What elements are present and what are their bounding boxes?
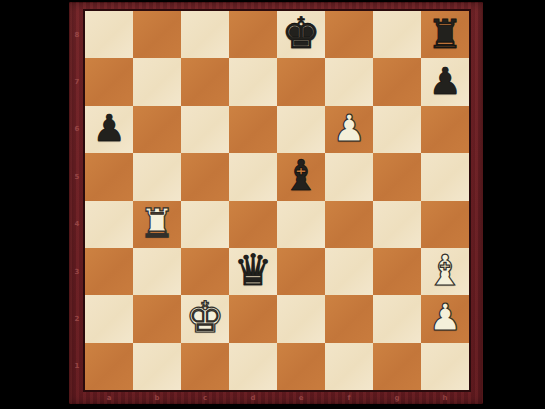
square-e6[interactable]: [277, 106, 325, 153]
square-b2[interactable]: [133, 295, 181, 342]
square-a4[interactable]: [85, 201, 133, 248]
file-label-a: a: [85, 392, 133, 403]
square-g8[interactable]: [373, 11, 421, 58]
square-a1[interactable]: [85, 343, 133, 390]
file-label-h: h: [421, 392, 469, 403]
square-b7[interactable]: [133, 58, 181, 105]
square-f5[interactable]: [325, 153, 373, 200]
square-f6[interactable]: ♟: [325, 106, 373, 153]
rank-label-2: 2: [69, 295, 85, 342]
square-b8[interactable]: [133, 11, 181, 58]
square-a8[interactable]: [85, 11, 133, 58]
square-d4[interactable]: [229, 201, 277, 248]
square-b4[interactable]: ♜: [133, 201, 181, 248]
square-f2[interactable]: [325, 295, 373, 342]
black-pawn-icon[interactable]: ♟: [428, 63, 461, 100]
square-h2[interactable]: ♟: [421, 295, 469, 342]
square-h1[interactable]: [421, 343, 469, 390]
square-b1[interactable]: [133, 343, 181, 390]
square-a2[interactable]: [85, 295, 133, 342]
square-h4[interactable]: [421, 201, 469, 248]
black-bishop-icon[interactable]: ♝: [282, 155, 320, 197]
square-f1[interactable]: [325, 343, 373, 390]
rank-labels: 87654321: [69, 11, 85, 390]
square-d3[interactable]: ♛: [229, 248, 277, 295]
square-c6[interactable]: [181, 106, 229, 153]
square-c8[interactable]: [181, 11, 229, 58]
square-g5[interactable]: [373, 153, 421, 200]
white-bishop-icon[interactable]: ♝: [426, 250, 464, 292]
file-label-g: g: [373, 392, 421, 403]
black-pawn-icon[interactable]: ♟: [92, 110, 125, 147]
square-g1[interactable]: [373, 343, 421, 390]
square-d5[interactable]: [229, 153, 277, 200]
rank-label-3: 3: [69, 248, 85, 295]
file-label-d: d: [229, 392, 277, 403]
rank-label-5: 5: [69, 153, 85, 200]
video-frame: ♚♜♟♟♟♝♜♛♝♚♟ 87654321 abcdefgh: [0, 0, 545, 409]
file-label-e: e: [277, 392, 325, 403]
square-e1[interactable]: [277, 343, 325, 390]
square-d1[interactable]: [229, 343, 277, 390]
rank-label-7: 7: [69, 58, 85, 105]
square-d6[interactable]: [229, 106, 277, 153]
square-b5[interactable]: [133, 153, 181, 200]
square-a7[interactable]: [85, 58, 133, 105]
rank-label-4: 4: [69, 201, 85, 248]
square-c4[interactable]: [181, 201, 229, 248]
square-h5[interactable]: [421, 153, 469, 200]
square-d2[interactable]: [229, 295, 277, 342]
file-label-f: f: [325, 392, 373, 403]
black-rook-icon[interactable]: ♜: [427, 14, 463, 54]
file-label-b: b: [133, 392, 181, 403]
square-c7[interactable]: [181, 58, 229, 105]
file-labels: abcdefgh: [85, 392, 469, 403]
square-a6[interactable]: ♟: [85, 106, 133, 153]
rank-label-8: 8: [69, 11, 85, 58]
square-f3[interactable]: [325, 248, 373, 295]
square-c5[interactable]: [181, 153, 229, 200]
square-e4[interactable]: [277, 201, 325, 248]
square-g7[interactable]: [373, 58, 421, 105]
square-g4[interactable]: [373, 201, 421, 248]
square-e3[interactable]: [277, 248, 325, 295]
square-b3[interactable]: [133, 248, 181, 295]
square-g6[interactable]: [373, 106, 421, 153]
rank-label-6: 6: [69, 106, 85, 153]
square-f7[interactable]: [325, 58, 373, 105]
black-queen-icon[interactable]: ♛: [234, 249, 273, 292]
square-c3[interactable]: [181, 248, 229, 295]
square-e2[interactable]: [277, 295, 325, 342]
square-c2[interactable]: ♚: [181, 295, 229, 342]
square-g3[interactable]: [373, 248, 421, 295]
square-b6[interactable]: [133, 106, 181, 153]
file-label-c: c: [181, 392, 229, 403]
white-pawn-icon[interactable]: ♟: [428, 299, 461, 336]
square-a3[interactable]: [85, 248, 133, 295]
square-d8[interactable]: [229, 11, 277, 58]
white-king-icon[interactable]: ♚: [186, 296, 225, 339]
square-f4[interactable]: [325, 201, 373, 248]
white-rook-icon[interactable]: ♜: [139, 203, 175, 243]
square-h8[interactable]: ♜: [421, 11, 469, 58]
square-h6[interactable]: [421, 106, 469, 153]
square-e5[interactable]: ♝: [277, 153, 325, 200]
white-pawn-icon[interactable]: ♟: [332, 110, 365, 147]
square-h3[interactable]: ♝: [421, 248, 469, 295]
square-h7[interactable]: ♟: [421, 58, 469, 105]
square-f8[interactable]: [325, 11, 373, 58]
square-c1[interactable]: [181, 343, 229, 390]
chess-board[interactable]: ♚♜♟♟♟♝♜♛♝♚♟: [85, 11, 469, 390]
square-e7[interactable]: [277, 58, 325, 105]
square-e8[interactable]: ♚: [277, 11, 325, 58]
rank-label-1: 1: [69, 343, 85, 390]
square-d7[interactable]: [229, 58, 277, 105]
square-g2[interactable]: [373, 295, 421, 342]
black-king-icon[interactable]: ♚: [282, 12, 321, 55]
square-a5[interactable]: [85, 153, 133, 200]
